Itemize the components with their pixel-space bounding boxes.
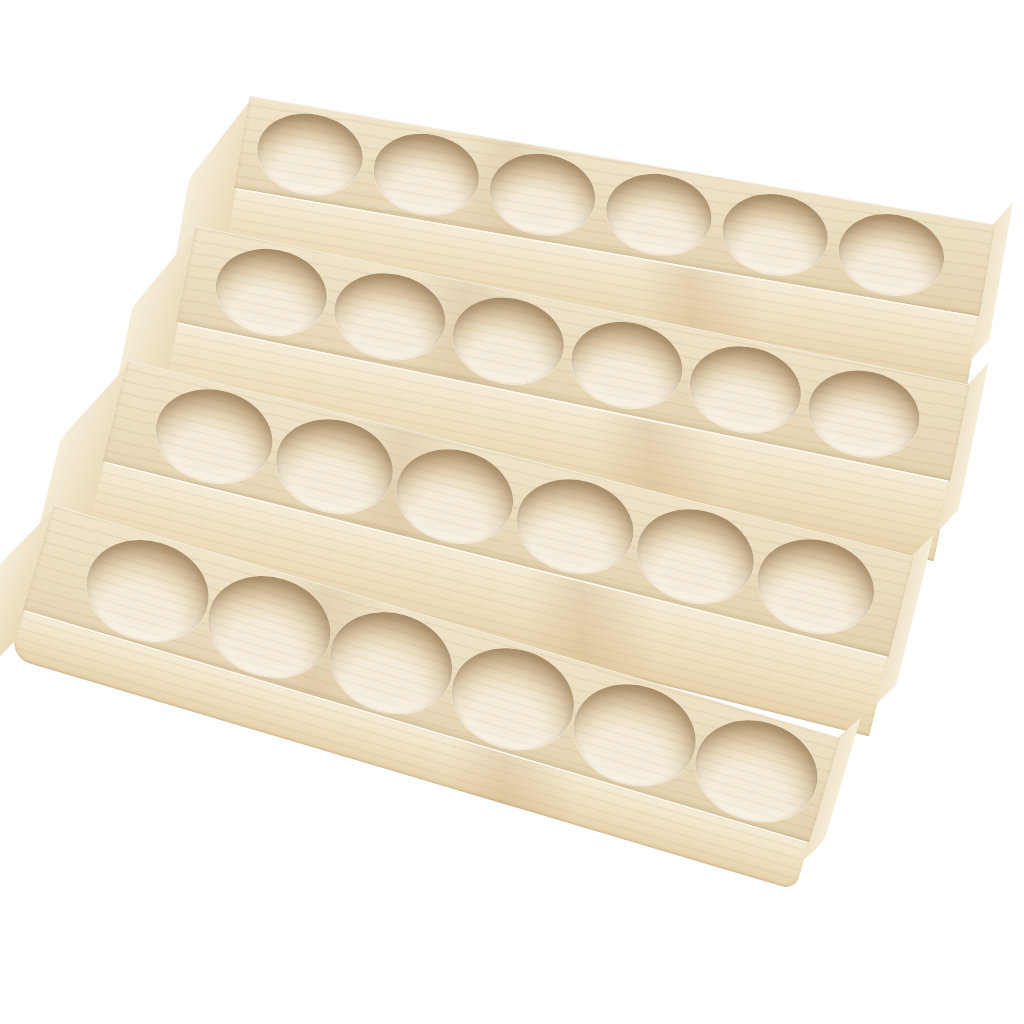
pit-r3c5[interactable] <box>627 497 764 615</box>
photo-canvas <box>0 0 1024 1024</box>
pit-r2c6[interactable] <box>800 361 927 467</box>
pit-r2c2[interactable] <box>326 263 453 369</box>
pit-r3c2[interactable] <box>266 407 403 525</box>
pit-r1c5[interactable] <box>716 186 834 283</box>
mancala-board <box>0 0 1024 1024</box>
pit-r1c4[interactable] <box>600 166 718 263</box>
pit-r3c3[interactable] <box>387 437 524 555</box>
pit-r2c5[interactable] <box>681 336 808 442</box>
pit-r2c3[interactable] <box>444 288 571 394</box>
pit-r1c3[interactable] <box>484 146 602 243</box>
pit-r1c6[interactable] <box>832 206 950 303</box>
pit-r3c1[interactable] <box>146 377 283 495</box>
pit-r3c4[interactable] <box>507 467 644 585</box>
pit-r2c4[interactable] <box>563 312 690 418</box>
pit-r1c2[interactable] <box>367 126 485 223</box>
pit-r3c6[interactable] <box>747 527 884 645</box>
pit-r1c1[interactable] <box>251 106 369 203</box>
pit-r2c1[interactable] <box>207 239 334 345</box>
